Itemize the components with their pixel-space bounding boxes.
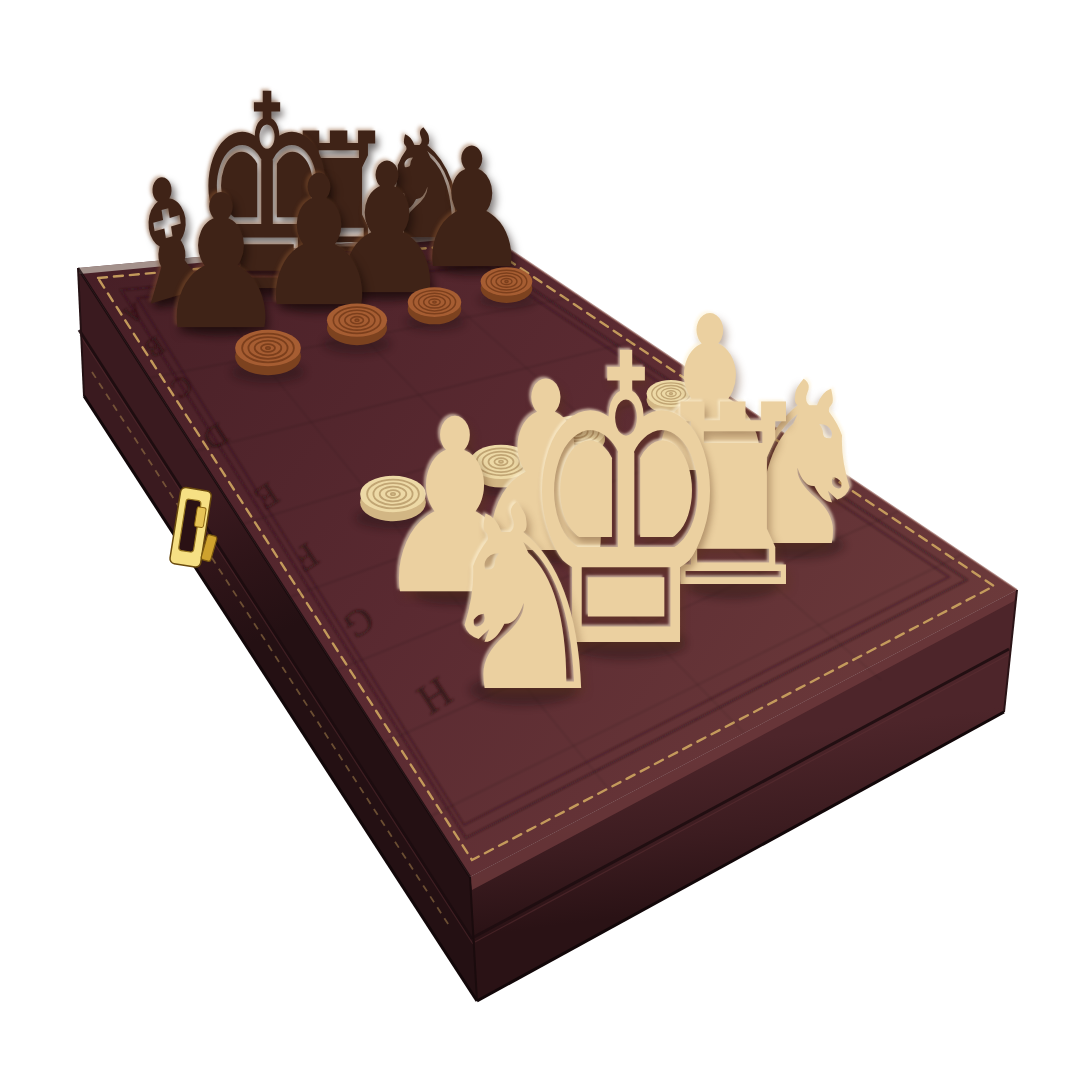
checker-disc bbox=[325, 301, 389, 347]
dark-checker bbox=[406, 285, 463, 326]
dark-checker bbox=[233, 327, 303, 377]
light-knight-piece: ♞ bbox=[432, 472, 615, 727]
checker-disc bbox=[233, 327, 303, 377]
dark-checker bbox=[325, 301, 389, 347]
product-photo-stage: A B C D E F G H bbox=[0, 0, 1080, 1080]
checker-disc bbox=[406, 285, 463, 326]
